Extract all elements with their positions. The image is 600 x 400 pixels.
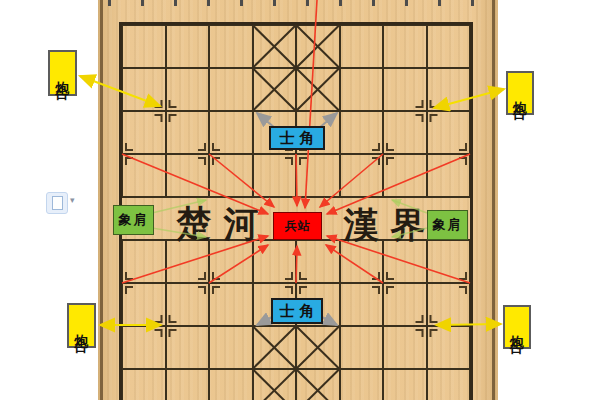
board-cell [340, 326, 384, 369]
board-cell [427, 326, 471, 369]
river-char-han: 漢 [341, 202, 381, 249]
board-cell [253, 68, 297, 111]
river-char-he: 河 [221, 201, 261, 248]
river-char-jie: 界 [388, 202, 428, 249]
board-cell [209, 68, 253, 111]
board-cell [383, 111, 427, 154]
board-cell [296, 68, 340, 111]
board-cell [427, 240, 471, 283]
board-cell [296, 326, 340, 369]
board-cell [427, 111, 471, 154]
cannon-platform-label-bottom-left: 炮台 [67, 303, 96, 348]
board-cell [209, 154, 253, 197]
soldier-station-label-center: 兵站 [273, 212, 322, 240]
board-cell [253, 369, 297, 400]
board-cell [427, 25, 471, 68]
advisor-corner-label-bottom: 士角 [271, 298, 323, 324]
document-page: { "game": "xiangqi", "position": { "fen"… [0, 0, 600, 400]
paste-options-icon[interactable] [46, 192, 68, 214]
board-cell [253, 326, 297, 369]
board-cell [383, 283, 427, 326]
board-cell [122, 25, 166, 68]
board-cell [209, 326, 253, 369]
board-cell [166, 369, 210, 400]
board-cell [427, 154, 471, 197]
board-cell [340, 283, 384, 326]
board-cell [209, 283, 253, 326]
board-cell [340, 68, 384, 111]
board-cell [296, 240, 340, 283]
board-cell [166, 154, 210, 197]
board-cell [122, 111, 166, 154]
elephant-shoulder-label-right: 象肩 [427, 210, 468, 240]
board-cell [340, 154, 384, 197]
board-cell [427, 283, 471, 326]
cannon-platform-label-top-left: 炮台 [48, 50, 77, 96]
cannon-platform-label-bottom-right: 炮台 [503, 305, 531, 349]
board-cell [296, 369, 340, 400]
board-cell [209, 25, 253, 68]
board-cell [166, 283, 210, 326]
board-cell [122, 154, 166, 197]
board-cell [340, 111, 384, 154]
board-cell [122, 240, 166, 283]
board-cell [340, 369, 384, 400]
board-cell [166, 25, 210, 68]
board-cell [253, 154, 297, 197]
board-cell [383, 326, 427, 369]
board-cell [296, 25, 340, 68]
board-cell [427, 369, 471, 400]
board-cell [383, 154, 427, 197]
board-cell [427, 68, 471, 111]
board-cell [340, 25, 384, 68]
board-cell [122, 68, 166, 111]
elephant-shoulder-label-left: 象肩 [113, 205, 154, 235]
board-cell [383, 25, 427, 68]
board-cell [209, 111, 253, 154]
board-left-edge [100, 0, 103, 400]
board-cell [166, 111, 210, 154]
board-cell [296, 154, 340, 197]
board-cell [166, 326, 210, 369]
river-char-chu: 楚 [174, 200, 214, 247]
board-cell [383, 68, 427, 111]
advisor-corner-label-top: 士角 [269, 126, 325, 150]
board-cell [209, 369, 253, 400]
board-cell [122, 369, 166, 400]
board-cell [122, 326, 166, 369]
board-cell [166, 68, 210, 111]
cannon-platform-label-top-right: 炮台 [506, 71, 534, 115]
board-right-edge [492, 0, 495, 400]
board-cell [383, 369, 427, 400]
paste-options-caret-icon[interactable]: ▾ [70, 195, 75, 205]
board-cell [253, 25, 297, 68]
paste-sheet-icon [52, 196, 63, 210]
board-cell [122, 283, 166, 326]
